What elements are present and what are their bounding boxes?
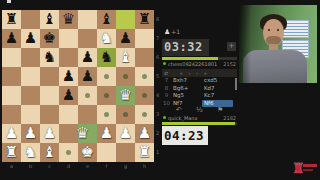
square-g4[interactable]: ♛	[116, 86, 135, 105]
square-a6[interactable]	[2, 48, 21, 67]
move-dest-dot[interactable]	[142, 74, 147, 79]
square-h4[interactable]	[135, 86, 154, 105]
logo-wordmark	[303, 164, 317, 171]
square-a8[interactable]: ♜	[2, 10, 21, 29]
white-move[interactable]: Ng5	[171, 92, 202, 100]
move-row-7: 7Bxh7cxd5	[162, 77, 234, 85]
move-number: 7	[162, 77, 171, 85]
bottom-player-clock: 04:23	[162, 126, 208, 145]
square-g5[interactable]	[116, 67, 135, 86]
white-piece-f2[interactable]: ♟	[97, 124, 116, 143]
white-piece-a2[interactable]: ♟	[2, 124, 21, 143]
square-g2[interactable]: ♟	[116, 124, 135, 143]
ui-artifact	[7, 0, 11, 3]
white-piece-h2[interactable]: ♟	[135, 124, 154, 143]
white-piece-b2[interactable]: ♟	[21, 124, 40, 143]
move-dest-dot[interactable]	[142, 112, 147, 117]
move-row-9: 9Ng5Kc7	[162, 92, 234, 100]
square-c1[interactable]: ♝	[40, 143, 59, 162]
white-piece-c1[interactable]: ♝	[40, 143, 59, 162]
square-a7[interactable]: ♟	[2, 29, 21, 48]
move-dest-dot[interactable]	[104, 112, 109, 117]
square-f5[interactable]	[97, 67, 116, 86]
square-d3[interactable]	[59, 105, 78, 124]
online-dot-icon	[163, 62, 166, 65]
person-eye	[277, 29, 279, 31]
black-move[interactable]: cxd5	[202, 77, 233, 85]
square-a2[interactable]: ♟	[2, 124, 21, 143]
square-a3[interactable]	[2, 105, 21, 124]
square-c8[interactable]: ♝	[40, 10, 59, 29]
square-e5[interactable]: ♟	[78, 67, 97, 86]
bottom-player-row[interactable]: quick_Manx 2182	[163, 114, 237, 122]
file-label-g: g	[116, 163, 135, 169]
bottom-player-rating: 2182	[223, 114, 236, 122]
square-h7[interactable]	[135, 29, 154, 48]
square-f2[interactable]: ♟	[97, 124, 116, 143]
webcam-shadow	[239, 5, 251, 83]
square-h6[interactable]	[135, 48, 154, 67]
square-b3[interactable]	[21, 105, 40, 124]
black-piece-c6[interactable]: ♞	[40, 48, 59, 67]
bottom-clock-bar	[162, 122, 237, 125]
white-piece-g2[interactable]: ♟	[116, 124, 135, 143]
square-c2[interactable]: ♟	[40, 124, 59, 143]
give-time-button[interactable]: +	[227, 42, 236, 51]
bottom-clock-time: 04:23	[164, 128, 204, 143]
square-c5[interactable]	[40, 67, 59, 86]
move-list-scrollbar[interactable]	[235, 78, 237, 90]
material-count: +1	[171, 28, 180, 35]
dragged-white-queen[interactable]: ♛	[73, 124, 92, 143]
file-label-a: a	[2, 163, 21, 169]
square-d1[interactable]	[59, 143, 78, 162]
top-player-rating: 2152	[223, 60, 236, 68]
square-h5[interactable]	[135, 67, 154, 86]
file-label-d: d	[59, 163, 78, 169]
bottom-player-name: quick_Manx	[168, 115, 197, 121]
top-player-clock: 03:32	[162, 39, 209, 56]
person-torso	[243, 50, 307, 83]
move-dest-dot[interactable]	[104, 74, 109, 79]
square-d5[interactable]: ♟	[59, 67, 78, 86]
square-g7[interactable]: ♟	[116, 29, 135, 48]
move-dest-dot[interactable]	[104, 93, 109, 98]
move-dest-dot[interactable]	[123, 112, 128, 117]
stream-frame: ♜♝♛♝♜♟♟♚♞♟♞♟♞♝♟♟♟♛♟♟♟♛♟♟♟♜♞♝♚♜ 87654321 …	[0, 0, 320, 180]
move-row-8: 8Bg6+Kd7	[162, 85, 234, 93]
file-label-e: e	[78, 163, 97, 169]
black-piece-a7[interactable]: ♟	[2, 29, 21, 48]
square-b7[interactable]: ♟	[21, 29, 40, 48]
black-piece-g7[interactable]: ♟	[116, 29, 135, 48]
move-toolbar: ⇄ « ‹ › »	[162, 69, 237, 77]
square-h3[interactable]	[135, 105, 154, 124]
square-c4[interactable]	[40, 86, 59, 105]
square-b2[interactable]: ♟	[21, 124, 40, 143]
square-g8[interactable]	[116, 10, 135, 29]
move-list[interactable]: 7Bxh7cxd58Bg6+Kd79Ng5Kc710Nf7Nf6	[162, 77, 234, 107]
white-piece-g4[interactable]: ♛	[116, 86, 135, 105]
square-f3[interactable]	[97, 105, 116, 124]
square-b1[interactable]: ♞	[21, 143, 40, 162]
black-piece-f6[interactable]: ♞	[97, 48, 116, 67]
prev-move-icon[interactable]: ‹	[188, 69, 190, 77]
captured-pawn-icon: ♟	[164, 28, 170, 36]
black-piece-f8[interactable]: ♝	[97, 10, 116, 29]
square-d7[interactable]	[59, 29, 78, 48]
webcam-overlay	[239, 5, 317, 83]
last-move-icon[interactable]: »	[204, 69, 207, 77]
black-piece-e6[interactable]: ♟	[78, 48, 97, 67]
black-piece-h8[interactable]: ♜	[135, 10, 154, 29]
black-piece-e5[interactable]: ♟	[78, 67, 97, 86]
black-piece-c8[interactable]: ♝	[40, 10, 59, 29]
move-number: 9	[162, 92, 171, 100]
square-g1[interactable]	[116, 143, 135, 162]
square-h2[interactable]: ♟	[135, 124, 154, 143]
move-dest-dot[interactable]	[123, 74, 128, 79]
black-piece-b7[interactable]: ♟	[21, 29, 40, 48]
square-a5[interactable]	[2, 67, 21, 86]
top-player-row[interactable]: chess09242261801 2152	[163, 60, 237, 68]
file-coordinates: abcdefgh	[2, 163, 154, 169]
top-player-name: chess09242261801	[168, 61, 217, 67]
white-piece-f7[interactable]: ♞	[97, 29, 116, 48]
white-piece-g6[interactable]: ♝	[116, 48, 135, 67]
white-piece-h1[interactable]: ♜	[135, 143, 154, 162]
black-piece-c7[interactable]: ♚	[40, 29, 59, 48]
square-e2[interactable]: ♛	[78, 124, 97, 143]
white-piece-e1[interactable]: ♚	[78, 143, 97, 162]
flip-board-icon[interactable]: ⇄	[164, 69, 168, 77]
black-piece-a8[interactable]: ♜	[2, 10, 21, 29]
square-f1[interactable]	[97, 143, 116, 162]
chess-board[interactable]: ♜♝♛♝♜♟♟♚♞♟♞♟♞♝♟♟♟♛♟♟♟♛♟♟♟♜♞♝♚♜	[2, 10, 154, 162]
square-d8[interactable]: ♛	[59, 10, 78, 29]
black-move[interactable]: Kd7	[202, 85, 233, 93]
square-c6[interactable]: ♞	[40, 48, 59, 67]
square-b8[interactable]	[21, 10, 40, 29]
move-dest-dot[interactable]	[66, 150, 71, 155]
move-dest-dot[interactable]	[85, 93, 90, 98]
square-d4[interactable]: ♟	[59, 86, 78, 105]
square-b4[interactable]	[21, 86, 40, 105]
file-label-c: c	[40, 163, 59, 169]
white-move[interactable]: Bg6+	[171, 85, 202, 93]
first-move-icon[interactable]: «	[180, 69, 183, 77]
square-h1[interactable]: ♜	[135, 143, 154, 162]
square-a4[interactable]	[2, 86, 21, 105]
square-f8[interactable]: ♝	[97, 10, 116, 29]
square-f6[interactable]: ♞	[97, 48, 116, 67]
streamer-logo: ♜	[292, 159, 319, 178]
game-panel: ♟+1 03:32 + chess09242261801 2152 ⇄ « ‹ …	[162, 8, 238, 168]
square-b5[interactable]	[21, 67, 40, 86]
square-e3[interactable]	[78, 105, 97, 124]
online-dot-icon	[163, 116, 166, 119]
material-advantage: ♟+1	[164, 28, 180, 36]
white-move[interactable]: Bxh7	[171, 77, 202, 85]
file-label-b: b	[21, 163, 40, 169]
next-move-icon[interactable]: ›	[196, 69, 198, 77]
square-b6[interactable]	[21, 48, 40, 67]
square-g3[interactable]	[116, 105, 135, 124]
square-e4[interactable]	[78, 86, 97, 105]
square-e1[interactable]: ♚	[78, 143, 97, 162]
square-h8[interactable]: ♜	[135, 10, 154, 29]
square-c7[interactable]: ♚	[40, 29, 59, 48]
file-label-h: h	[135, 163, 154, 169]
square-e7[interactable]	[78, 29, 97, 48]
black-piece-d5[interactable]: ♟	[59, 67, 78, 86]
square-c3[interactable]	[40, 105, 59, 124]
white-piece-b1[interactable]: ♞	[21, 143, 40, 162]
top-clock-time: 03:32	[164, 40, 203, 54]
square-d6[interactable]	[59, 48, 78, 67]
black-piece-d4[interactable]: ♟	[59, 86, 78, 105]
square-g6[interactable]: ♝	[116, 48, 135, 67]
move-number: 8	[162, 85, 171, 93]
black-move[interactable]: Kc7	[202, 92, 233, 100]
white-piece-a1[interactable]: ♜	[2, 143, 21, 162]
black-piece-d8[interactable]: ♛	[59, 10, 78, 29]
square-f4[interactable]	[97, 86, 116, 105]
square-a1[interactable]: ♜	[2, 143, 21, 162]
file-label-f: f	[97, 163, 116, 169]
square-f7[interactable]: ♞	[97, 29, 116, 48]
square-e8[interactable]	[78, 10, 97, 29]
white-piece-c2[interactable]: ♟	[40, 124, 59, 143]
square-e6[interactable]: ♟	[78, 48, 97, 67]
person-eye	[268, 29, 270, 31]
move-dest-dot[interactable]	[142, 93, 147, 98]
